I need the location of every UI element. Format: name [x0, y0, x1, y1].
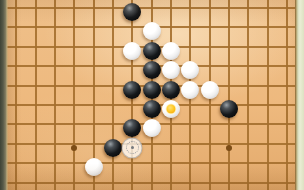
black-stone: [143, 61, 161, 79]
board-cell[interactable]: [45, 76, 64, 95]
board-cell[interactable]: [181, 0, 200, 18]
board-cell[interactable]: [181, 57, 200, 76]
board-cell[interactable]: [161, 154, 180, 173]
board-cell[interactable]: [258, 0, 277, 18]
board-cell[interactable]: [219, 57, 238, 76]
board-cell[interactable]: [258, 18, 277, 37]
board-cell[interactable]: [258, 57, 277, 76]
white-stone: [162, 42, 180, 60]
board-cell[interactable]: [103, 37, 122, 56]
board-cell[interactable]: [123, 173, 142, 190]
board-cell[interactable]: [142, 18, 161, 37]
board-cell[interactable]: [123, 134, 142, 153]
board-cell[interactable]: [84, 18, 103, 37]
board-cell[interactable]: [26, 18, 45, 37]
board-cell[interactable]: [219, 37, 238, 56]
board-cell[interactable]: [219, 134, 238, 153]
board-cell[interactable]: [84, 57, 103, 76]
black-stone: [143, 100, 161, 118]
board-cell[interactable]: [103, 76, 122, 95]
board-cell[interactable]: [200, 57, 219, 76]
board-cell[interactable]: [65, 115, 84, 134]
board-cell[interactable]: [103, 57, 122, 76]
board-cell[interactable]: [123, 76, 142, 95]
board-cell[interactable]: [65, 37, 84, 56]
board-cell[interactable]: [181, 37, 200, 56]
board-cell[interactable]: [258, 95, 277, 114]
white-stone: [181, 81, 199, 99]
board-cell[interactable]: [278, 115, 297, 134]
board-cell[interactable]: [26, 173, 45, 190]
board-cell[interactable]: [7, 37, 26, 56]
board-cell[interactable]: [84, 115, 103, 134]
board-cell[interactable]: [26, 76, 45, 95]
board-cell[interactable]: [219, 0, 238, 18]
board-cell[interactable]: [7, 173, 26, 190]
white-stone: [143, 119, 161, 137]
board-cell[interactable]: [45, 95, 64, 114]
last-move-marker: [166, 104, 177, 115]
board-cell[interactable]: [7, 0, 26, 18]
board-cell[interactable]: [103, 134, 122, 153]
board-cell[interactable]: [278, 37, 297, 56]
board-cell[interactable]: [84, 154, 103, 173]
board-cell[interactable]: [65, 154, 84, 173]
board-cell[interactable]: [84, 0, 103, 18]
board-cell[interactable]: [123, 0, 142, 18]
black-stone: [220, 100, 238, 118]
board-cell[interactable]: [45, 173, 64, 190]
black-stone: [123, 119, 141, 137]
black-stone: [143, 81, 161, 99]
board-cell[interactable]: [239, 37, 258, 56]
board-cell[interactable]: [7, 115, 26, 134]
board-cell[interactable]: [278, 173, 297, 190]
board-cell[interactable]: [103, 0, 122, 18]
board-cell[interactable]: [258, 154, 277, 173]
black-stone: [104, 139, 122, 157]
board-cell[interactable]: [200, 154, 219, 173]
board-cell[interactable]: [181, 18, 200, 37]
board-cell[interactable]: [181, 154, 200, 173]
board-cell[interactable]: [45, 37, 64, 56]
board-cell[interactable]: [45, 18, 64, 37]
board-cell[interactable]: [123, 115, 142, 134]
board-cell[interactable]: [200, 76, 219, 95]
board-cell[interactable]: [239, 57, 258, 76]
board-cell[interactable]: [161, 0, 180, 18]
board-cell[interactable]: [278, 18, 297, 37]
board-cell[interactable]: [219, 173, 238, 190]
board-cell[interactable]: [84, 134, 103, 153]
board-cell[interactable]: [26, 0, 45, 18]
board-cell[interactable]: [45, 57, 64, 76]
board-cell[interactable]: [258, 134, 277, 153]
board-cell[interactable]: [239, 134, 258, 153]
board-cell[interactable]: [103, 18, 122, 37]
board-cell[interactable]: [258, 173, 277, 190]
gomoku-board-frame: [0, 0, 304, 190]
board-cell[interactable]: [278, 0, 297, 18]
board-cell[interactable]: [239, 95, 258, 114]
placement-cursor-stone: [122, 137, 143, 158]
board-cell[interactable]: [103, 173, 122, 190]
board-cell[interactable]: [7, 76, 26, 95]
board-cell[interactable]: [278, 154, 297, 173]
board-cell[interactable]: [258, 115, 277, 134]
board-cell[interactable]: [142, 154, 161, 173]
board-cell[interactable]: [103, 115, 122, 134]
board-cell[interactable]: [65, 173, 84, 190]
board-cell[interactable]: [239, 115, 258, 134]
board-cell[interactable]: [7, 18, 26, 37]
board-cell[interactable]: [239, 18, 258, 37]
board-cell[interactable]: [26, 95, 45, 114]
board-cell[interactable]: [84, 76, 103, 95]
board-cell[interactable]: [65, 18, 84, 37]
board-cell[interactable]: [65, 76, 84, 95]
board-cell[interactable]: [26, 57, 45, 76]
board-cell[interactable]: [239, 173, 258, 190]
board-cell[interactable]: [7, 134, 26, 153]
board-cell[interactable]: [84, 37, 103, 56]
board-cell[interactable]: [200, 115, 219, 134]
board-cell[interactable]: [161, 134, 180, 153]
black-stone: [162, 81, 180, 99]
black-stone: [123, 81, 141, 99]
white-stone: [123, 42, 141, 60]
board-cell[interactable]: [161, 37, 180, 56]
game-board[interactable]: [7, 0, 297, 190]
black-stone: [123, 3, 141, 21]
board-cell[interactable]: [123, 37, 142, 56]
star-point: [226, 145, 232, 151]
board-cell[interactable]: [239, 154, 258, 173]
board-cell[interactable]: [65, 95, 84, 114]
board-cell[interactable]: [161, 18, 180, 37]
board-cell[interactable]: [239, 0, 258, 18]
board-cell[interactable]: [7, 154, 26, 173]
board-cell[interactable]: [278, 57, 297, 76]
board-cell[interactable]: [181, 173, 200, 190]
board-cell[interactable]: [258, 37, 277, 56]
board-cell[interactable]: [7, 95, 26, 114]
white-stone: [85, 158, 103, 176]
star-point: [71, 145, 77, 151]
board-cell[interactable]: [219, 154, 238, 173]
white-stone: [181, 61, 199, 79]
board-cell[interactable]: [258, 76, 277, 95]
board-left-edge: [0, 0, 8, 190]
board-cell[interactable]: [200, 18, 219, 37]
board-cell[interactable]: [45, 134, 64, 153]
white-stone: [201, 81, 219, 99]
board-cell[interactable]: [84, 95, 103, 114]
board-cell[interactable]: [200, 173, 219, 190]
board-cell[interactable]: [103, 95, 122, 114]
board-cell[interactable]: [142, 173, 161, 190]
cursor-center-dot: [131, 146, 134, 149]
board-cell[interactable]: [219, 18, 238, 37]
board-cell[interactable]: [45, 0, 64, 18]
white-stone: [162, 61, 180, 79]
board-cell[interactable]: [161, 173, 180, 190]
white-stone: [162, 100, 180, 118]
board-cell[interactable]: [65, 57, 84, 76]
board-cell[interactable]: [200, 0, 219, 18]
board-cell[interactable]: [26, 134, 45, 153]
board-cell[interactable]: [181, 115, 200, 134]
board-cell[interactable]: [219, 95, 238, 114]
board-cell[interactable]: [26, 115, 45, 134]
board-cell[interactable]: [142, 0, 161, 18]
board-cell[interactable]: [278, 95, 297, 114]
board-cell[interactable]: [239, 76, 258, 95]
board-cell[interactable]: [45, 115, 64, 134]
board-cell[interactable]: [219, 76, 238, 95]
board-cell[interactable]: [200, 134, 219, 153]
board-cell[interactable]: [181, 134, 200, 153]
board-cell[interactable]: [26, 37, 45, 56]
board-cell[interactable]: [65, 134, 84, 153]
board-cell[interactable]: [26, 154, 45, 173]
board-cell[interactable]: [278, 134, 297, 153]
board-cell[interactable]: [65, 0, 84, 18]
black-stone: [143, 42, 161, 60]
board-cell[interactable]: [278, 76, 297, 95]
white-stone: [143, 22, 161, 40]
board-cell[interactable]: [7, 57, 26, 76]
board-right-edge: [295, 0, 304, 190]
board-cell[interactable]: [45, 154, 64, 173]
board-cell[interactable]: [200, 37, 219, 56]
